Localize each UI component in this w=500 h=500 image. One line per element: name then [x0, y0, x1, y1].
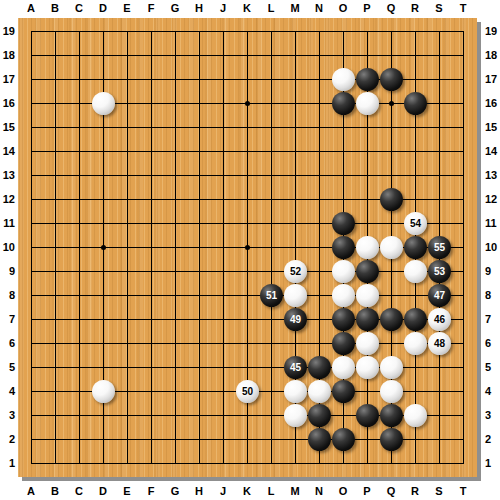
column-label-bottom-E: E — [115, 485, 139, 498]
stone-white-M3[interactable] — [284, 404, 307, 427]
column-label-bottom-R: R — [403, 485, 427, 498]
stone-black-O4[interactable] — [332, 380, 355, 403]
stone-white-P6[interactable] — [356, 332, 379, 355]
column-label-bottom-N: N — [307, 485, 331, 498]
column-label-bottom-J: J — [211, 485, 235, 498]
stone-black-S8-move-47[interactable]: 47 — [428, 284, 451, 307]
column-label-bottom-H: H — [187, 485, 211, 498]
column-label-top-T: T — [451, 2, 475, 15]
stone-white-Q10[interactable] — [380, 236, 403, 259]
row-label-left-1: 1 — [0, 456, 15, 470]
column-label-bottom-P: P — [355, 485, 379, 498]
column-label-bottom-Q: Q — [379, 485, 403, 498]
stone-black-O10[interactable] — [332, 236, 355, 259]
stone-white-O5[interactable] — [332, 356, 355, 379]
stone-white-R6[interactable] — [404, 332, 427, 355]
row-label-right-15: 15 — [485, 120, 500, 134]
stone-black-P3[interactable] — [356, 404, 379, 427]
row-label-left-18: 18 — [0, 48, 15, 62]
column-label-top-L: L — [259, 2, 283, 15]
row-label-right-3: 3 — [485, 408, 500, 422]
column-label-top-A: A — [19, 2, 43, 15]
row-label-right-6: 6 — [485, 336, 500, 350]
column-label-top-K: K — [235, 2, 259, 15]
row-label-left-19: 19 — [0, 24, 15, 38]
column-label-bottom-M: M — [283, 485, 307, 498]
stone-black-R10[interactable] — [404, 236, 427, 259]
row-label-left-13: 13 — [0, 168, 15, 182]
stone-white-P5[interactable] — [356, 356, 379, 379]
stone-white-R3[interactable] — [404, 404, 427, 427]
column-label-top-B: B — [43, 2, 67, 15]
column-label-bottom-A: A — [19, 485, 43, 498]
stone-black-Q2[interactable] — [380, 428, 403, 451]
stone-white-D4[interactable] — [92, 380, 115, 403]
row-label-left-5: 5 — [0, 360, 15, 374]
stone-black-O11[interactable] — [332, 212, 355, 235]
row-label-right-10: 10 — [485, 240, 500, 254]
column-label-top-P: P — [355, 2, 379, 15]
row-label-right-16: 16 — [485, 96, 500, 110]
stone-black-P7[interactable] — [356, 308, 379, 331]
row-label-right-17: 17 — [485, 72, 500, 86]
row-label-left-7: 7 — [0, 312, 15, 326]
stone-black-O7[interactable] — [332, 308, 355, 331]
row-label-left-4: 4 — [0, 384, 15, 398]
row-label-left-12: 12 — [0, 192, 15, 206]
stone-white-R9[interactable] — [404, 260, 427, 283]
stone-black-O2[interactable] — [332, 428, 355, 451]
column-label-bottom-T: T — [451, 485, 475, 498]
stone-black-N5[interactable] — [308, 356, 331, 379]
stone-black-M5-move-45[interactable]: 45 — [284, 356, 307, 379]
go-board-page: AABBCCDDEEFFGGHHJJKKLLMMNNOOPPQQRRSSTT19… — [0, 0, 500, 500]
row-label-left-9: 9 — [0, 264, 15, 278]
stone-white-N4[interactable] — [308, 380, 331, 403]
row-label-right-13: 13 — [485, 168, 500, 182]
stone-black-Q12[interactable] — [380, 188, 403, 211]
column-label-bottom-K: K — [235, 485, 259, 498]
column-label-top-S: S — [427, 2, 451, 15]
stone-black-O16[interactable] — [332, 92, 355, 115]
column-label-top-N: N — [307, 2, 331, 15]
star-point-K16 — [245, 101, 250, 106]
row-label-right-7: 7 — [485, 312, 500, 326]
star-point-D10 — [101, 245, 106, 250]
stone-black-S10-move-55[interactable]: 55 — [428, 236, 451, 259]
row-label-left-2: 2 — [0, 432, 15, 446]
row-label-left-11: 11 — [0, 216, 15, 230]
stone-black-O6[interactable] — [332, 332, 355, 355]
column-label-bottom-G: G — [163, 485, 187, 498]
column-label-top-E: E — [115, 2, 139, 15]
stone-white-M8[interactable] — [284, 284, 307, 307]
row-label-left-17: 17 — [0, 72, 15, 86]
stone-black-S9-move-53[interactable]: 53 — [428, 260, 451, 283]
row-label-right-4: 4 — [485, 384, 500, 398]
stone-white-O8[interactable] — [332, 284, 355, 307]
row-label-right-19: 19 — [485, 24, 500, 38]
stone-black-R16[interactable] — [404, 92, 427, 115]
row-label-left-3: 3 — [0, 408, 15, 422]
column-label-top-C: C — [67, 2, 91, 15]
star-point-K10 — [245, 245, 250, 250]
row-label-right-1: 1 — [485, 456, 500, 470]
row-label-left-8: 8 — [0, 288, 15, 302]
stone-white-Q5[interactable] — [380, 356, 403, 379]
row-label-left-10: 10 — [0, 240, 15, 254]
row-label-right-18: 18 — [485, 48, 500, 62]
stone-white-P16[interactable] — [356, 92, 379, 115]
column-label-bottom-L: L — [259, 485, 283, 498]
row-label-right-12: 12 — [485, 192, 500, 206]
row-label-right-14: 14 — [485, 144, 500, 158]
stone-white-M9-move-52[interactable]: 52 — [284, 260, 307, 283]
stone-black-P9[interactable] — [356, 260, 379, 283]
column-label-bottom-F: F — [139, 485, 163, 498]
stone-black-Q17[interactable] — [380, 68, 403, 91]
column-label-top-G: G — [163, 2, 187, 15]
column-label-top-O: O — [331, 2, 355, 15]
stone-white-R11-move-54[interactable]: 54 — [404, 212, 427, 235]
column-label-top-D: D — [91, 2, 115, 15]
column-label-top-J: J — [211, 2, 235, 15]
stone-black-N3[interactable] — [308, 404, 331, 427]
row-label-left-6: 6 — [0, 336, 15, 350]
column-label-bottom-B: B — [43, 485, 67, 498]
stone-white-Q4[interactable] — [380, 380, 403, 403]
row-label-right-8: 8 — [485, 288, 500, 302]
stone-black-N2[interactable] — [308, 428, 331, 451]
stone-white-M4[interactable] — [284, 380, 307, 403]
column-label-bottom-O: O — [331, 485, 355, 498]
column-label-top-Q: Q — [379, 2, 403, 15]
column-label-top-M: M — [283, 2, 307, 15]
row-label-right-11: 11 — [485, 216, 500, 230]
stone-black-L8-move-51[interactable]: 51 — [260, 284, 283, 307]
stone-black-R7[interactable] — [404, 308, 427, 331]
star-point-Q16 — [389, 101, 394, 106]
column-label-top-H: H — [187, 2, 211, 15]
row-label-left-14: 14 — [0, 144, 15, 158]
stone-black-P17[interactable] — [356, 68, 379, 91]
row-label-right-5: 5 — [485, 360, 500, 374]
stone-white-K4-move-50[interactable]: 50 — [236, 380, 259, 403]
stone-white-P10[interactable] — [356, 236, 379, 259]
stone-black-M7-move-49[interactable]: 49 — [284, 308, 307, 331]
stone-white-S7-move-46[interactable]: 46 — [428, 308, 451, 331]
row-label-right-2: 2 — [485, 432, 500, 446]
row-label-left-16: 16 — [0, 96, 15, 110]
row-label-right-9: 9 — [485, 264, 500, 278]
column-label-bottom-C: C — [67, 485, 91, 498]
stone-white-D16[interactable] — [92, 92, 115, 115]
column-label-top-R: R — [403, 2, 427, 15]
column-label-bottom-D: D — [91, 485, 115, 498]
stone-white-S6-move-48[interactable]: 48 — [428, 332, 451, 355]
column-label-top-F: F — [139, 2, 163, 15]
stone-white-O9[interactable] — [332, 260, 355, 283]
stone-black-Q7[interactable] — [380, 308, 403, 331]
column-label-bottom-S: S — [427, 485, 451, 498]
row-label-left-15: 15 — [0, 120, 15, 134]
stone-white-P8[interactable] — [356, 284, 379, 307]
stone-white-O17[interactable] — [332, 68, 355, 91]
stone-black-Q3[interactable] — [380, 404, 403, 427]
